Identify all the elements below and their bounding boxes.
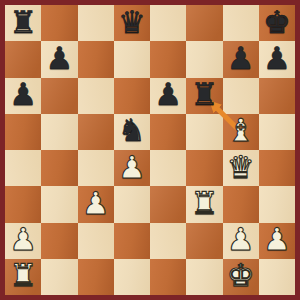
white-pawn-h2[interactable]: ♟ bbox=[263, 224, 291, 255]
white-queen-g4[interactable]: ♛ bbox=[227, 152, 255, 183]
square-a2[interactable]: ♟ bbox=[5, 223, 41, 259]
white-pawn-a2[interactable]: ♟ bbox=[9, 224, 37, 255]
square-b2[interactable] bbox=[41, 223, 77, 259]
white-king-g1[interactable]: ♚ bbox=[227, 260, 255, 291]
square-h7[interactable]: ♟ bbox=[259, 41, 295, 77]
square-a3[interactable] bbox=[5, 186, 41, 222]
black-rook-a8[interactable]: ♜ bbox=[9, 7, 37, 38]
black-pawn-h7[interactable]: ♟ bbox=[263, 43, 291, 74]
square-f8[interactable] bbox=[186, 5, 222, 41]
square-d1[interactable] bbox=[114, 259, 150, 295]
square-g3[interactable] bbox=[223, 186, 259, 222]
white-bishop-g5[interactable]: ♝ bbox=[227, 115, 255, 146]
square-a7[interactable] bbox=[5, 41, 41, 77]
black-pawn-e6[interactable]: ♟ bbox=[154, 79, 182, 110]
square-f1[interactable] bbox=[186, 259, 222, 295]
square-e4[interactable] bbox=[150, 150, 186, 186]
square-d6[interactable] bbox=[114, 78, 150, 114]
white-pawn-c3[interactable]: ♟ bbox=[82, 188, 110, 219]
square-c5[interactable] bbox=[78, 114, 114, 150]
square-c3[interactable]: ♟ bbox=[78, 186, 114, 222]
square-b6[interactable] bbox=[41, 78, 77, 114]
square-g1[interactable]: ♚ bbox=[223, 259, 259, 295]
square-e5[interactable] bbox=[150, 114, 186, 150]
square-g8[interactable] bbox=[223, 5, 259, 41]
square-c7[interactable] bbox=[78, 41, 114, 77]
square-f6[interactable]: ♜ bbox=[186, 78, 222, 114]
square-c8[interactable] bbox=[78, 5, 114, 41]
square-c4[interactable] bbox=[78, 150, 114, 186]
black-king-h8[interactable]: ♚ bbox=[263, 7, 291, 38]
square-a5[interactable] bbox=[5, 114, 41, 150]
square-b8[interactable] bbox=[41, 5, 77, 41]
square-h8[interactable]: ♚ bbox=[259, 5, 295, 41]
square-a8[interactable]: ♜ bbox=[5, 5, 41, 41]
square-g7[interactable]: ♟ bbox=[223, 41, 259, 77]
square-b4[interactable] bbox=[41, 150, 77, 186]
square-h5[interactable] bbox=[259, 114, 295, 150]
square-e6[interactable]: ♟ bbox=[150, 78, 186, 114]
square-h4[interactable] bbox=[259, 150, 295, 186]
white-pawn-g2[interactable]: ♟ bbox=[227, 224, 255, 255]
black-pawn-g7[interactable]: ♟ bbox=[227, 43, 255, 74]
square-b7[interactable]: ♟ bbox=[41, 41, 77, 77]
square-c1[interactable] bbox=[78, 259, 114, 295]
square-d2[interactable] bbox=[114, 223, 150, 259]
square-a6[interactable]: ♟ bbox=[5, 78, 41, 114]
square-e3[interactable] bbox=[150, 186, 186, 222]
square-f2[interactable] bbox=[186, 223, 222, 259]
square-d3[interactable] bbox=[114, 186, 150, 222]
square-f7[interactable] bbox=[186, 41, 222, 77]
white-rook-a1[interactable]: ♜ bbox=[9, 260, 37, 291]
square-f3[interactable]: ♜ bbox=[186, 186, 222, 222]
square-g2[interactable]: ♟ bbox=[223, 223, 259, 259]
square-e7[interactable] bbox=[150, 41, 186, 77]
square-c6[interactable] bbox=[78, 78, 114, 114]
square-a1[interactable]: ♜ bbox=[5, 259, 41, 295]
square-d8[interactable]: ♛ bbox=[114, 5, 150, 41]
square-h6[interactable] bbox=[259, 78, 295, 114]
black-pawn-a6[interactable]: ♟ bbox=[9, 79, 37, 110]
square-f5[interactable] bbox=[186, 114, 222, 150]
square-h1[interactable] bbox=[259, 259, 295, 295]
black-knight-d5[interactable]: ♞ bbox=[118, 115, 146, 146]
square-b5[interactable] bbox=[41, 114, 77, 150]
square-e1[interactable] bbox=[150, 259, 186, 295]
square-c2[interactable] bbox=[78, 223, 114, 259]
square-d4[interactable]: ♟ bbox=[114, 150, 150, 186]
square-e8[interactable] bbox=[150, 5, 186, 41]
white-pawn-d4[interactable]: ♟ bbox=[118, 152, 146, 183]
square-h3[interactable] bbox=[259, 186, 295, 222]
black-rook-f6[interactable]: ♜ bbox=[190, 79, 218, 110]
square-f4[interactable] bbox=[186, 150, 222, 186]
square-b3[interactable] bbox=[41, 186, 77, 222]
square-b1[interactable] bbox=[41, 259, 77, 295]
black-queen-d8[interactable]: ♛ bbox=[118, 7, 146, 38]
square-d5[interactable]: ♞ bbox=[114, 114, 150, 150]
square-e2[interactable] bbox=[150, 223, 186, 259]
chess-board: ♜♛♚♟♟♟♟♟♜♞♝♟♛♟♜♟♟♟♜♚ bbox=[5, 5, 295, 295]
chess-diagram: ♜♛♚♟♟♟♟♟♜♞♝♟♛♟♜♟♟♟♜♚ bbox=[0, 0, 300, 300]
square-g4[interactable]: ♛ bbox=[223, 150, 259, 186]
square-g5[interactable]: ♝ bbox=[223, 114, 259, 150]
white-rook-f3[interactable]: ♜ bbox=[190, 188, 218, 219]
square-h2[interactable]: ♟ bbox=[259, 223, 295, 259]
square-a4[interactable] bbox=[5, 150, 41, 186]
black-pawn-b7[interactable]: ♟ bbox=[45, 43, 73, 74]
square-g6[interactable] bbox=[223, 78, 259, 114]
square-d7[interactable] bbox=[114, 41, 150, 77]
